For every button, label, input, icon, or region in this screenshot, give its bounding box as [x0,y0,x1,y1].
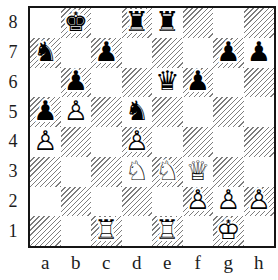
square-g7: ♟♟ [213,38,244,68]
square-h1 [244,216,275,246]
square-f3: ♛♕ [183,157,214,187]
black-pawn: ♟♟ [244,38,275,68]
square-g4 [213,127,244,157]
square-c1: ♜♖ [91,216,122,246]
white-pawn: ♟♙ [244,187,275,217]
black-pawn: ♟♟ [213,38,244,68]
piece-glyph: ♔ [216,217,240,244]
square-b7 [61,38,92,68]
square-f8 [183,8,214,38]
square-d5: ♞♞ [122,97,153,127]
black-pawn: ♟♟ [30,97,61,127]
square-c3 [91,157,122,187]
square-c4 [91,127,122,157]
square-d7 [122,38,153,68]
file-label-a: a [30,249,61,277]
white-pawn: ♟♙ [30,127,61,157]
square-f5 [183,97,214,127]
file-labels: abcdefgh [30,249,274,277]
piece-glyph: ♛ [155,68,179,95]
black-rook: ♜♜ [152,8,183,38]
square-h4 [244,127,275,157]
white-king: ♚♔ [213,216,244,246]
white-pawn: ♟♙ [122,127,153,157]
file-label-b: b [61,249,92,277]
piece-glyph: ♘ [155,157,179,184]
square-c8 [91,8,122,38]
piece-glyph: ♙ [216,187,240,214]
piece-glyph: ♙ [33,127,57,154]
square-g1: ♚♔ [213,216,244,246]
square-a8 [30,8,61,38]
square-f6: ♟♟ [183,68,214,98]
square-a3 [30,157,61,187]
piece-glyph: ♟ [247,38,271,65]
piece-glyph: ♞ [125,98,149,125]
square-b3 [61,157,92,187]
square-g3 [213,157,244,187]
chess-board: ♚♚♜♜♜♜♞♞♟♟♟♟♟♟♟♟♛♛♟♟♟♟♟♙♞♞♟♙♟♙♞♘♞♘♛♕♟♙♟♙… [28,6,276,248]
rank-label-6: 6 [2,68,24,98]
black-king: ♚♚ [61,8,92,38]
square-d6 [122,68,153,98]
piece-glyph: ♕ [186,157,210,184]
white-pawn: ♟♙ [61,97,92,127]
square-a1 [30,216,61,246]
square-e8: ♜♜ [152,8,183,38]
square-g5 [213,97,244,127]
piece-glyph: ♖ [94,217,118,244]
square-f1 [183,216,214,246]
square-d2 [122,187,153,217]
square-a2 [30,187,61,217]
rank-label-5: 5 [2,97,24,127]
square-h2: ♟♙ [244,187,275,217]
square-f2: ♟♙ [183,187,214,217]
black-knight: ♞♞ [30,38,61,68]
square-g2: ♟♙ [213,187,244,217]
square-c5 [91,97,122,127]
black-pawn: ♟♟ [183,68,214,98]
file-label-c: c [91,249,122,277]
rank-label-4: 4 [2,127,24,157]
rank-label-8: 8 [2,8,24,38]
file-label-d: d [122,249,153,277]
square-e6: ♛♛ [152,68,183,98]
black-pawn: ♟♟ [61,68,92,98]
white-knight: ♞♘ [122,157,153,187]
rank-label-3: 3 [2,157,24,187]
square-b2 [61,187,92,217]
square-d8: ♜♜ [122,8,153,38]
black-pawn: ♟♟ [91,38,122,68]
square-f4 [183,127,214,157]
square-b5: ♟♙ [61,97,92,127]
file-label-g: g [213,249,244,277]
piece-glyph: ♙ [125,127,149,154]
square-f7 [183,38,214,68]
square-a5: ♟♟ [30,97,61,127]
square-b8: ♚♚ [61,8,92,38]
square-c7: ♟♟ [91,38,122,68]
square-e1: ♜♖ [152,216,183,246]
piece-glyph: ♚ [64,8,88,35]
piece-glyph: ♖ [155,217,179,244]
file-label-f: f [183,249,214,277]
square-h8 [244,8,275,38]
square-d1 [122,216,153,246]
chess-diagram: 87654321 ♚♚♜♜♜♜♞♞♟♟♟♟♟♟♟♟♛♛♟♟♟♟♟♙♞♞♟♙♟♙♞… [0,0,278,280]
square-a6 [30,68,61,98]
square-e3: ♞♘ [152,157,183,187]
piece-glyph: ♟ [64,68,88,95]
file-label-h: h [244,249,275,277]
square-h6 [244,68,275,98]
black-rook: ♜♜ [122,8,153,38]
piece-glyph: ♟ [94,38,118,65]
square-g8 [213,8,244,38]
piece-glyph: ♟ [216,38,240,65]
square-e2 [152,187,183,217]
square-b6: ♟♟ [61,68,92,98]
square-h3 [244,157,275,187]
white-rook: ♜♖ [152,216,183,246]
square-c6 [91,68,122,98]
piece-glyph: ♟ [186,68,210,95]
file-label-e: e [152,249,183,277]
white-knight: ♞♘ [152,157,183,187]
rank-label-7: 7 [2,38,24,68]
square-e4 [152,127,183,157]
square-e7 [152,38,183,68]
piece-glyph: ♙ [64,98,88,125]
white-pawn: ♟♙ [183,187,214,217]
piece-glyph: ♜ [155,8,179,35]
piece-glyph: ♙ [247,187,271,214]
square-a7: ♞♞ [30,38,61,68]
piece-glyph: ♙ [186,187,210,214]
piece-glyph: ♟ [33,98,57,125]
square-h5 [244,97,275,127]
black-queen: ♛♛ [152,68,183,98]
piece-glyph: ♞ [33,38,57,65]
square-b1 [61,216,92,246]
black-knight: ♞♞ [122,97,153,127]
square-d4: ♟♙ [122,127,153,157]
rank-label-2: 2 [2,187,24,217]
rank-label-1: 1 [2,216,24,246]
square-g6 [213,68,244,98]
white-queen: ♛♕ [183,157,214,187]
piece-glyph: ♜ [125,8,149,35]
square-b4 [61,127,92,157]
rank-labels: 87654321 [2,8,24,246]
square-e5 [152,97,183,127]
square-d3: ♞♘ [122,157,153,187]
square-c2 [91,187,122,217]
white-rook: ♜♖ [91,216,122,246]
piece-glyph: ♘ [125,157,149,184]
white-pawn: ♟♙ [213,187,244,217]
square-a4: ♟♙ [30,127,61,157]
square-h7: ♟♟ [244,38,275,68]
